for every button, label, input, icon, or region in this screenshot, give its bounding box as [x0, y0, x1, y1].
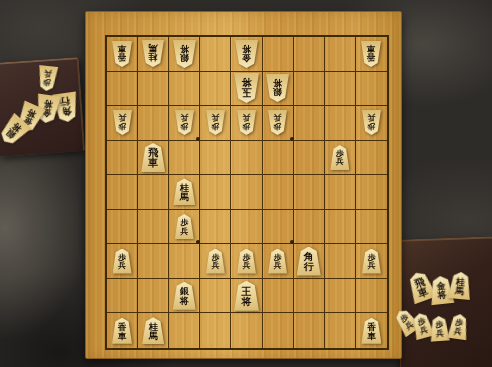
square-7a[interactable]: 銀将 [169, 37, 200, 72]
square-8h[interactable] [138, 279, 169, 314]
square-8c[interactable] [138, 106, 169, 141]
square-4g[interactable]: 歩兵 [263, 244, 294, 279]
square-2e[interactable] [325, 175, 356, 210]
piece-歩兵-sente[interactable]: 歩兵 [237, 249, 256, 274]
square-9h[interactable] [107, 279, 138, 314]
square-5h[interactable]: 王将 [231, 279, 262, 314]
table-scene: 香車桂馬銀将金将香車玉将銀将歩兵歩兵歩兵歩兵歩兵歩兵飛車歩兵桂馬歩兵歩兵歩兵歩兵… [0, 0, 492, 367]
star-point [290, 137, 294, 141]
square-3h[interactable] [294, 279, 325, 314]
square-1c[interactable]: 歩兵 [356, 106, 387, 141]
piece-王将-sente[interactable]: 王将 [234, 281, 259, 311]
piece-香車-gote[interactable]: 香車 [361, 41, 381, 67]
square-7c[interactable]: 歩兵 [169, 106, 200, 141]
square-5d[interactable] [231, 141, 262, 176]
square-5e[interactable] [231, 175, 262, 210]
square-5f[interactable] [231, 210, 262, 245]
square-5i[interactable] [231, 313, 262, 348]
piece-歩兵-gote[interactable]: 歩兵 [268, 110, 287, 135]
piece-歩兵-gote[interactable]: 歩兵 [237, 110, 256, 135]
square-4h[interactable] [263, 279, 294, 314]
piece-桂馬-sente[interactable]: 桂馬 [448, 271, 472, 300]
square-4d[interactable] [263, 141, 294, 176]
piece-歩兵-sente[interactable]: 歩兵 [175, 214, 194, 239]
square-4c[interactable]: 歩兵 [263, 106, 294, 141]
square-2h[interactable] [325, 279, 356, 314]
square-3e[interactable] [294, 175, 325, 210]
square-7f[interactable]: 歩兵 [169, 210, 200, 245]
square-8i[interactable]: 桂馬 [138, 313, 169, 348]
square-8b[interactable] [138, 72, 169, 107]
square-1b[interactable] [356, 72, 387, 107]
piece-歩兵-sente[interactable]: 歩兵 [362, 249, 381, 274]
square-5a[interactable]: 金将 [231, 37, 262, 72]
square-7d[interactable] [169, 141, 200, 176]
piece-銀将-sente[interactable]: 銀将 [173, 282, 196, 310]
square-8d[interactable]: 飛車 [138, 141, 169, 176]
piece-歩兵-sente[interactable]: 歩兵 [447, 313, 469, 340]
square-9a[interactable]: 香車 [107, 37, 138, 72]
square-6e[interactable] [200, 175, 231, 210]
square-7b[interactable] [169, 72, 200, 107]
piece-角行-sente[interactable]: 角行 [297, 247, 321, 276]
square-9c[interactable]: 歩兵 [107, 106, 138, 141]
piece-銀将-gote[interactable]: 銀将 [266, 74, 289, 102]
square-3i[interactable] [294, 313, 325, 348]
square-1f[interactable] [356, 210, 387, 245]
piece-歩兵-gote[interactable]: 歩兵 [206, 110, 225, 135]
square-2a[interactable] [325, 37, 356, 72]
piece-香車-sente[interactable]: 香車 [112, 318, 132, 344]
piece-歩兵-sente[interactable]: 歩兵 [429, 315, 450, 341]
square-2f[interactable] [325, 210, 356, 245]
shogi-board: 香車桂馬銀将金将香車玉将銀将歩兵歩兵歩兵歩兵歩兵歩兵飛車歩兵桂馬歩兵歩兵歩兵歩兵… [85, 11, 402, 359]
square-7e[interactable]: 桂馬 [169, 175, 200, 210]
square-2g[interactable] [325, 244, 356, 279]
square-8a[interactable]: 桂馬 [138, 37, 169, 72]
square-4e[interactable] [263, 175, 294, 210]
square-8f[interactable] [138, 210, 169, 245]
piece-桂馬-sente[interactable]: 桂馬 [142, 317, 164, 344]
piece-香車-sente[interactable]: 香車 [361, 318, 381, 344]
square-9f[interactable] [107, 210, 138, 245]
piece-歩兵-gote[interactable]: 歩兵 [362, 110, 381, 135]
square-5g[interactable]: 歩兵 [231, 244, 262, 279]
square-3b[interactable] [294, 72, 325, 107]
square-6c[interactable]: 歩兵 [200, 106, 231, 141]
square-9g[interactable]: 歩兵 [107, 244, 138, 279]
square-2b[interactable] [325, 72, 356, 107]
square-1h[interactable] [356, 279, 387, 314]
square-9e[interactable] [107, 175, 138, 210]
piece-歩兵-gote[interactable]: 歩兵 [113, 110, 132, 135]
square-4b[interactable]: 銀将 [263, 72, 294, 107]
piece-桂馬-sente[interactable]: 桂馬 [173, 178, 195, 205]
square-2d[interactable]: 歩兵 [325, 141, 356, 176]
square-6i[interactable] [200, 313, 231, 348]
square-1g[interactable]: 歩兵 [356, 244, 387, 279]
piece-香車-gote[interactable]: 香車 [112, 41, 132, 67]
square-8e[interactable] [138, 175, 169, 210]
square-3d[interactable] [294, 141, 325, 176]
square-4a[interactable] [263, 37, 294, 72]
square-6d[interactable] [200, 141, 231, 176]
piece-銀将-gote[interactable]: 銀将 [173, 40, 196, 68]
square-1d[interactable] [356, 141, 387, 176]
square-1e[interactable] [356, 175, 387, 210]
piece-飛車-sente[interactable]: 飛車 [141, 143, 165, 172]
piece-桂馬-gote[interactable]: 桂馬 [142, 40, 164, 67]
square-3f[interactable] [294, 210, 325, 245]
square-9i[interactable]: 香車 [107, 313, 138, 348]
piece-歩兵-gote[interactable]: 歩兵 [37, 65, 59, 92]
square-3c[interactable] [294, 106, 325, 141]
square-3g[interactable]: 角行 [294, 244, 325, 279]
square-9b[interactable] [107, 72, 138, 107]
piece-歩兵-sente[interactable]: 歩兵 [113, 249, 132, 274]
square-1a[interactable]: 香車 [356, 37, 387, 72]
piece-金将-gote[interactable]: 金将 [235, 40, 258, 68]
square-8g[interactable] [138, 244, 169, 279]
piece-歩兵-sente[interactable]: 歩兵 [268, 249, 287, 274]
square-6h[interactable] [200, 279, 231, 314]
square-4f[interactable] [263, 210, 294, 245]
square-5c[interactable]: 歩兵 [231, 106, 262, 141]
square-6b[interactable] [200, 72, 231, 107]
square-2c[interactable] [325, 106, 356, 141]
square-4i[interactable] [263, 313, 294, 348]
square-3a[interactable] [294, 37, 325, 72]
square-1i[interactable]: 香車 [356, 313, 387, 348]
piece-歩兵-sente[interactable]: 歩兵 [206, 249, 225, 274]
square-9d[interactable] [107, 141, 138, 176]
square-7h[interactable]: 銀将 [169, 279, 200, 314]
square-6g[interactable]: 歩兵 [200, 244, 231, 279]
board-grid: 香車桂馬銀将金将香車玉将銀将歩兵歩兵歩兵歩兵歩兵歩兵飛車歩兵桂馬歩兵歩兵歩兵歩兵… [105, 35, 389, 350]
piece-玉将-gote[interactable]: 玉将 [234, 73, 259, 103]
square-7i[interactable] [169, 313, 200, 348]
square-5b[interactable]: 玉将 [231, 72, 262, 107]
piece-歩兵-sente[interactable]: 歩兵 [330, 145, 349, 170]
square-7g[interactable] [169, 244, 200, 279]
square-2i[interactable] [325, 313, 356, 348]
square-6f[interactable] [200, 210, 231, 245]
square-6a[interactable] [200, 37, 231, 72]
piece-歩兵-gote[interactable]: 歩兵 [175, 110, 194, 135]
